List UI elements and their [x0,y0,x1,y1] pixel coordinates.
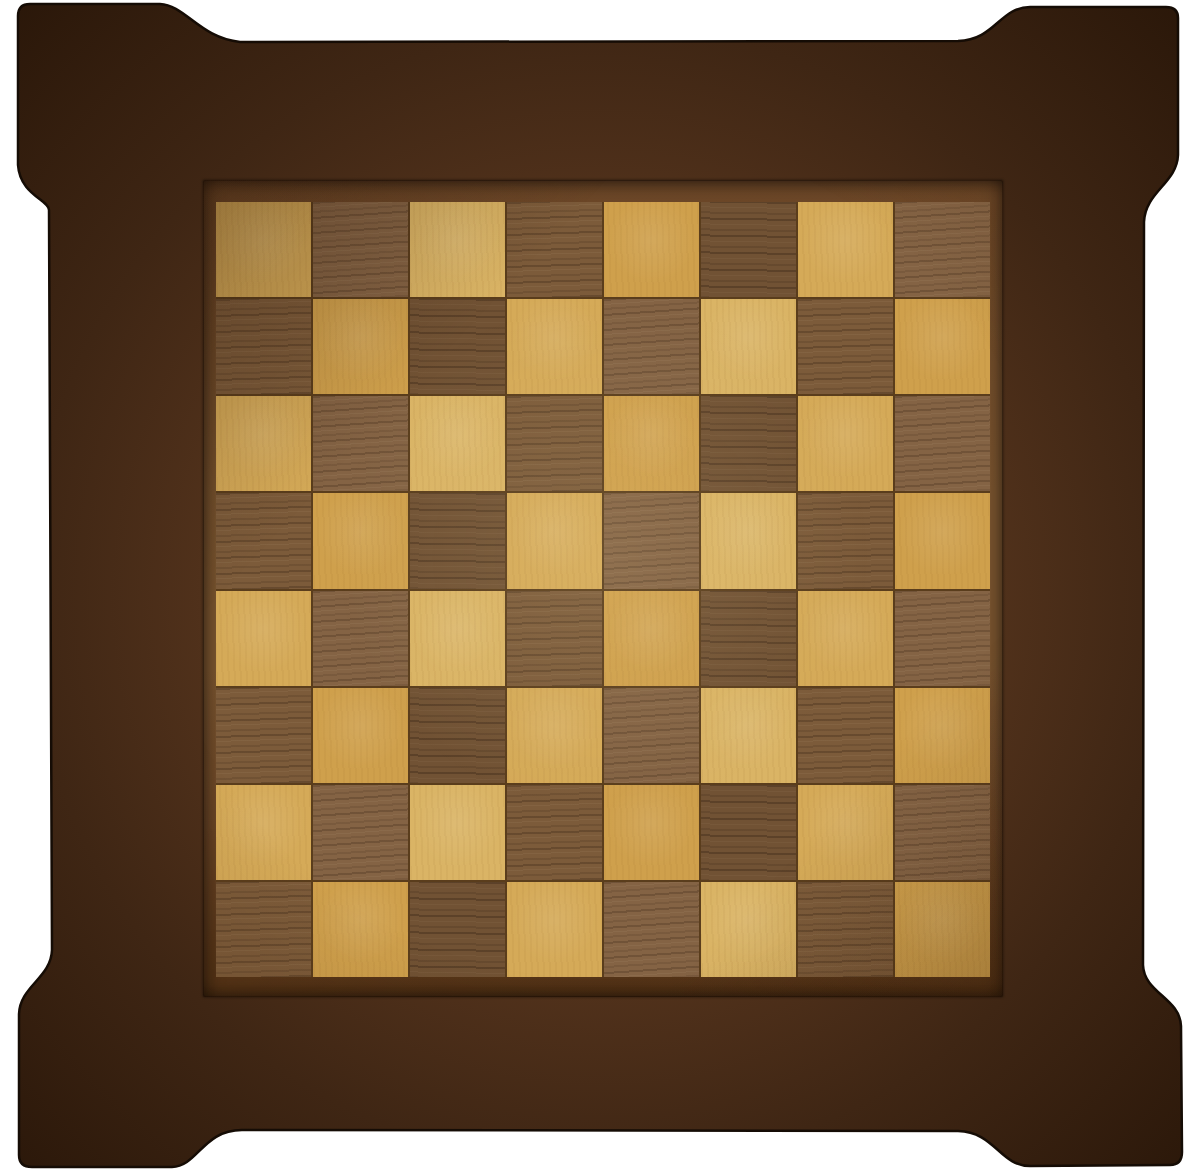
square-a2[interactable] [216,785,311,880]
square-c1[interactable] [410,882,505,977]
square-a6[interactable] [216,396,311,491]
square-c2[interactable] [410,785,505,880]
square-d3[interactable] [507,688,602,783]
square-h3[interactable] [895,688,990,783]
square-d1[interactable] [507,882,602,977]
square-h7[interactable] [895,299,990,394]
square-h5[interactable] [895,493,990,588]
square-g4[interactable] [798,591,893,686]
board-inlay-panel [203,180,1003,997]
square-c4[interactable] [410,591,505,686]
square-g3[interactable] [798,688,893,783]
square-f5[interactable] [701,493,796,588]
square-c7[interactable] [410,299,505,394]
square-f4[interactable] [701,591,796,686]
square-h2[interactable] [895,785,990,880]
square-a5[interactable] [216,493,311,588]
square-h8[interactable] [895,202,990,297]
square-f2[interactable] [701,785,796,880]
square-g5[interactable] [798,493,893,588]
square-b6[interactable] [313,396,408,491]
square-e5[interactable] [604,493,699,588]
square-d6[interactable] [507,396,602,491]
square-f8[interactable] [701,202,796,297]
square-b2[interactable] [313,785,408,880]
square-e4[interactable] [604,591,699,686]
square-d2[interactable] [507,785,602,880]
square-f1[interactable] [701,882,796,977]
square-d8[interactable] [507,202,602,297]
square-c8[interactable] [410,202,505,297]
square-a4[interactable] [216,591,311,686]
square-e1[interactable] [604,882,699,977]
square-b4[interactable] [313,591,408,686]
square-b1[interactable] [313,882,408,977]
square-e6[interactable] [604,396,699,491]
square-e7[interactable] [604,299,699,394]
square-h6[interactable] [895,396,990,491]
square-d5[interactable] [507,493,602,588]
square-e2[interactable] [604,785,699,880]
square-b7[interactable] [313,299,408,394]
square-c3[interactable] [410,688,505,783]
square-e8[interactable] [604,202,699,297]
square-b5[interactable] [313,493,408,588]
square-f6[interactable] [701,396,796,491]
square-b3[interactable] [313,688,408,783]
square-h1[interactable] [895,882,990,977]
scene [0,0,1200,1173]
square-a3[interactable] [216,688,311,783]
square-g6[interactable] [798,396,893,491]
chess-board [216,202,990,977]
square-g1[interactable] [798,882,893,977]
square-e3[interactable] [604,688,699,783]
square-h4[interactable] [895,591,990,686]
square-c5[interactable] [410,493,505,588]
square-d7[interactable] [507,299,602,394]
square-g7[interactable] [798,299,893,394]
square-c6[interactable] [410,396,505,491]
square-g8[interactable] [798,202,893,297]
square-b8[interactable] [313,202,408,297]
square-a1[interactable] [216,882,311,977]
square-f3[interactable] [701,688,796,783]
square-a7[interactable] [216,299,311,394]
square-f7[interactable] [701,299,796,394]
square-d4[interactable] [507,591,602,686]
square-a8[interactable] [216,202,311,297]
square-g2[interactable] [798,785,893,880]
